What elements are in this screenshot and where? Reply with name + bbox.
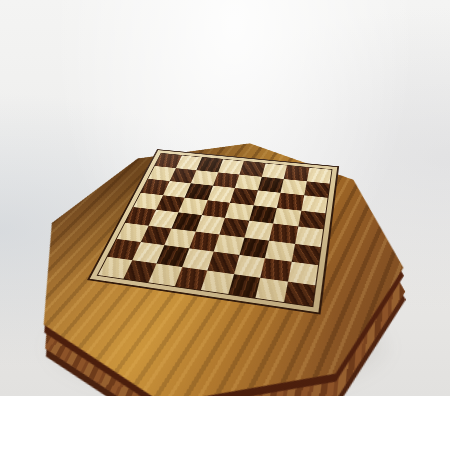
box-top-face [24,52,408,396]
square-g1[interactable] [255,277,287,302]
square-h1[interactable] [284,281,316,306]
studio-backdrop [0,0,450,396]
product-photo [0,0,450,450]
chess-box [0,0,450,396]
